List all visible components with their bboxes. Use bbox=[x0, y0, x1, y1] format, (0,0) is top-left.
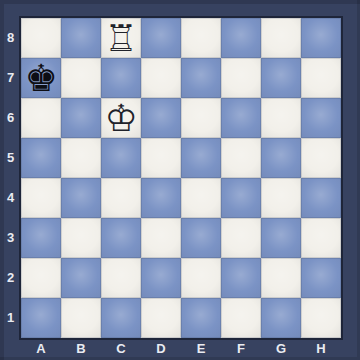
square-h6[interactable] bbox=[301, 98, 341, 138]
square-c7[interactable] bbox=[101, 58, 141, 98]
file-label-a: A bbox=[21, 340, 61, 360]
square-e3[interactable] bbox=[181, 218, 221, 258]
square-e7[interactable] bbox=[181, 58, 221, 98]
square-b3[interactable] bbox=[61, 218, 101, 258]
rank-label-7: 7 bbox=[0, 58, 21, 98]
square-a7[interactable]: ♚ bbox=[21, 58, 61, 98]
rank-label-2: 2 bbox=[0, 258, 21, 298]
square-g1[interactable] bbox=[261, 298, 301, 338]
square-g2[interactable] bbox=[261, 258, 301, 298]
rank-labels: 87654321 bbox=[0, 18, 21, 338]
square-f7[interactable] bbox=[221, 58, 261, 98]
square-c1[interactable] bbox=[101, 298, 141, 338]
square-c4[interactable] bbox=[101, 178, 141, 218]
rank-label-1: 1 bbox=[0, 298, 21, 338]
file-labels: ABCDEFGH bbox=[21, 340, 341, 360]
chess-diagram: 87654321 ♖♚♔ ABCDEFGH bbox=[0, 0, 360, 360]
square-e4[interactable] bbox=[181, 178, 221, 218]
rank-label-3: 3 bbox=[0, 218, 21, 258]
square-g4[interactable] bbox=[261, 178, 301, 218]
square-e6[interactable] bbox=[181, 98, 221, 138]
square-a2[interactable] bbox=[21, 258, 61, 298]
square-f1[interactable] bbox=[221, 298, 261, 338]
board: ♖♚♔ bbox=[21, 18, 341, 338]
file-label-f: F bbox=[221, 340, 261, 360]
square-d2[interactable] bbox=[141, 258, 181, 298]
file-label-e: E bbox=[181, 340, 221, 360]
file-label-d: D bbox=[141, 340, 181, 360]
square-a6[interactable] bbox=[21, 98, 61, 138]
square-f2[interactable] bbox=[221, 258, 261, 298]
rank-label-8: 8 bbox=[0, 18, 21, 58]
file-label-g: G bbox=[261, 340, 301, 360]
square-h5[interactable] bbox=[301, 138, 341, 178]
white-king: ♔ bbox=[101, 98, 141, 138]
square-h7[interactable] bbox=[301, 58, 341, 98]
square-d8[interactable] bbox=[141, 18, 181, 58]
square-b5[interactable] bbox=[61, 138, 101, 178]
square-a3[interactable] bbox=[21, 218, 61, 258]
white-rook: ♖ bbox=[101, 18, 141, 58]
square-c6[interactable]: ♔ bbox=[101, 98, 141, 138]
square-f8[interactable] bbox=[221, 18, 261, 58]
square-e1[interactable] bbox=[181, 298, 221, 338]
square-g6[interactable] bbox=[261, 98, 301, 138]
square-a1[interactable] bbox=[21, 298, 61, 338]
square-h8[interactable] bbox=[301, 18, 341, 58]
square-f4[interactable] bbox=[221, 178, 261, 218]
square-h4[interactable] bbox=[301, 178, 341, 218]
square-d5[interactable] bbox=[141, 138, 181, 178]
square-d7[interactable] bbox=[141, 58, 181, 98]
rank-label-6: 6 bbox=[0, 98, 21, 138]
file-label-c: C bbox=[101, 340, 141, 360]
square-b6[interactable] bbox=[61, 98, 101, 138]
square-c8[interactable]: ♖ bbox=[101, 18, 141, 58]
square-c3[interactable] bbox=[101, 218, 141, 258]
square-d1[interactable] bbox=[141, 298, 181, 338]
square-g8[interactable] bbox=[261, 18, 301, 58]
square-b7[interactable] bbox=[61, 58, 101, 98]
file-label-b: B bbox=[61, 340, 101, 360]
square-c2[interactable] bbox=[101, 258, 141, 298]
square-g7[interactable] bbox=[261, 58, 301, 98]
square-b2[interactable] bbox=[61, 258, 101, 298]
square-f6[interactable] bbox=[221, 98, 261, 138]
square-e8[interactable] bbox=[181, 18, 221, 58]
square-d6[interactable] bbox=[141, 98, 181, 138]
square-f5[interactable] bbox=[221, 138, 261, 178]
rank-label-5: 5 bbox=[0, 138, 21, 178]
square-h2[interactable] bbox=[301, 258, 341, 298]
square-d4[interactable] bbox=[141, 178, 181, 218]
square-b4[interactable] bbox=[61, 178, 101, 218]
square-g3[interactable] bbox=[261, 218, 301, 258]
square-a5[interactable] bbox=[21, 138, 61, 178]
square-g5[interactable] bbox=[261, 138, 301, 178]
square-c5[interactable] bbox=[101, 138, 141, 178]
square-b1[interactable] bbox=[61, 298, 101, 338]
rank-label-4: 4 bbox=[0, 178, 21, 218]
black-king: ♚ bbox=[21, 58, 61, 98]
square-f3[interactable] bbox=[221, 218, 261, 258]
square-a4[interactable] bbox=[21, 178, 61, 218]
square-e5[interactable] bbox=[181, 138, 221, 178]
square-e2[interactable] bbox=[181, 258, 221, 298]
square-a8[interactable] bbox=[21, 18, 61, 58]
square-h1[interactable] bbox=[301, 298, 341, 338]
file-label-h: H bbox=[301, 340, 341, 360]
square-d3[interactable] bbox=[141, 218, 181, 258]
square-h3[interactable] bbox=[301, 218, 341, 258]
square-b8[interactable] bbox=[61, 18, 101, 58]
